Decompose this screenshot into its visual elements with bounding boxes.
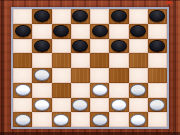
square-r3c2[interactable] xyxy=(32,39,51,54)
square-r6c7[interactable] xyxy=(129,83,148,98)
square-r8c6 xyxy=(109,112,128,127)
square-r3c4[interactable] xyxy=(71,39,90,54)
white-piece[interactable] xyxy=(149,99,165,111)
frame-grain-right xyxy=(173,0,176,135)
square-r7c2[interactable] xyxy=(32,98,51,113)
square-r8c1[interactable] xyxy=(13,112,32,127)
square-r3c1 xyxy=(13,39,32,54)
square-r7c8[interactable] xyxy=(148,98,167,113)
square-r8c3[interactable] xyxy=(52,112,71,127)
square-r5c7 xyxy=(129,68,148,83)
square-r4c6 xyxy=(109,53,128,68)
checkers-game-screen: { "game": "checkers", "board": { "rows":… xyxy=(0,0,180,135)
board-grid xyxy=(13,9,167,127)
square-r2c5[interactable] xyxy=(90,24,109,39)
square-r3c7 xyxy=(129,39,148,54)
frame-edge-right xyxy=(178,0,180,135)
white-piece[interactable] xyxy=(92,114,108,126)
white-piece[interactable] xyxy=(111,99,127,111)
frame-grain-left xyxy=(1,0,4,135)
square-r1c5 xyxy=(90,9,109,24)
square-r3c5 xyxy=(90,39,109,54)
square-r4c1[interactable] xyxy=(13,53,32,68)
square-r3c8[interactable] xyxy=(148,39,167,54)
square-r8c2 xyxy=(32,112,51,127)
square-r7c4[interactable] xyxy=(71,98,90,113)
square-r7c6[interactable] xyxy=(109,98,128,113)
square-r1c4[interactable] xyxy=(71,9,90,24)
square-r5c8[interactable] xyxy=(148,68,167,83)
black-piece[interactable] xyxy=(130,25,146,37)
square-r7c1 xyxy=(13,98,32,113)
white-piece[interactable] xyxy=(92,84,108,96)
square-r7c3 xyxy=(52,98,71,113)
square-r4c7[interactable] xyxy=(129,53,148,68)
black-piece[interactable] xyxy=(72,10,88,22)
black-piece[interactable] xyxy=(111,40,127,52)
white-piece[interactable] xyxy=(130,114,146,126)
square-r3c6[interactable] xyxy=(109,39,128,54)
square-r4c2 xyxy=(32,53,51,68)
square-r5c4[interactable] xyxy=(71,68,90,83)
square-r5c5 xyxy=(90,68,109,83)
square-r5c1 xyxy=(13,68,32,83)
square-r7c5 xyxy=(90,98,109,113)
square-r5c3 xyxy=(52,68,71,83)
white-piece[interactable] xyxy=(34,99,50,111)
white-piece[interactable] xyxy=(53,114,69,126)
black-piece[interactable] xyxy=(149,10,165,22)
square-r8c4 xyxy=(71,112,90,127)
checkers-board xyxy=(11,7,169,129)
black-piece[interactable] xyxy=(15,25,31,37)
square-r5c2[interactable] xyxy=(32,68,51,83)
square-r2c3[interactable] xyxy=(52,24,71,39)
black-piece[interactable] xyxy=(34,40,50,52)
square-r2c1[interactable] xyxy=(13,24,32,39)
square-r2c8 xyxy=(148,24,167,39)
frame-edge-top xyxy=(0,0,180,1)
white-piece[interactable] xyxy=(15,114,31,126)
square-r2c2 xyxy=(32,24,51,39)
square-r4c5[interactable] xyxy=(90,53,109,68)
white-piece[interactable] xyxy=(72,99,88,111)
square-r4c4 xyxy=(71,53,90,68)
square-r1c1 xyxy=(13,9,32,24)
square-r6c5[interactable] xyxy=(90,83,109,98)
square-r6c8 xyxy=(148,83,167,98)
square-r5c6[interactable] xyxy=(109,68,128,83)
white-piece[interactable] xyxy=(15,84,31,96)
black-piece[interactable] xyxy=(92,25,108,37)
frame-shadow-bottom xyxy=(0,132,180,135)
square-r6c4 xyxy=(71,83,90,98)
square-r7c7 xyxy=(129,98,148,113)
square-r4c8 xyxy=(148,53,167,68)
square-r1c3 xyxy=(52,9,71,24)
square-r1c2[interactable] xyxy=(32,9,51,24)
square-r1c8[interactable] xyxy=(148,9,167,24)
square-r6c6 xyxy=(109,83,128,98)
wood-knot xyxy=(166,1,172,4)
square-r8c8 xyxy=(148,112,167,127)
white-piece[interactable] xyxy=(34,69,50,81)
square-r8c7[interactable] xyxy=(129,112,148,127)
black-piece[interactable] xyxy=(34,10,50,22)
square-r2c6 xyxy=(109,24,128,39)
black-piece[interactable] xyxy=(149,40,165,52)
square-r6c1[interactable] xyxy=(13,83,32,98)
black-piece[interactable] xyxy=(53,25,69,37)
square-r2c7[interactable] xyxy=(129,24,148,39)
square-r6c2 xyxy=(32,83,51,98)
black-piece[interactable] xyxy=(111,10,127,22)
white-piece[interactable] xyxy=(130,84,146,96)
black-piece[interactable] xyxy=(72,40,88,52)
square-r1c7 xyxy=(129,9,148,24)
square-r2c4 xyxy=(71,24,90,39)
square-r8c5[interactable] xyxy=(90,112,109,127)
square-r4c3[interactable] xyxy=(52,53,71,68)
square-r6c3[interactable] xyxy=(52,83,71,98)
square-r3c3 xyxy=(52,39,71,54)
square-r1c6[interactable] xyxy=(109,9,128,24)
